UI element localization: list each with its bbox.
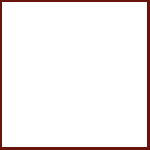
board-grid (2, 2, 147, 147)
chess-board (0, 0, 150, 150)
